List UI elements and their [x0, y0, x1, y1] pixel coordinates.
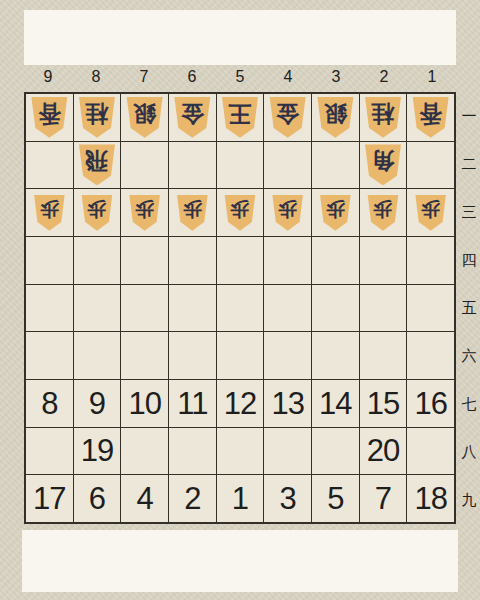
- koma-kanji: 桂: [85, 103, 108, 126]
- board-cell-1八[interactable]: [407, 428, 454, 475]
- board-cell-5五[interactable]: [217, 285, 264, 332]
- board-cell-8四[interactable]: [74, 237, 121, 284]
- pawn-piece: 歩: [175, 195, 209, 231]
- file-label: 3: [312, 64, 360, 90]
- board-cell-8一[interactable]: 桂: [74, 94, 121, 141]
- bishop-piece: 角: [363, 144, 403, 185]
- board-cell-3七[interactable]: 14: [312, 380, 359, 427]
- pawn-piece: 歩: [223, 195, 257, 231]
- board-cell-8八[interactable]: 19: [74, 428, 121, 475]
- placement-number: 5: [327, 483, 343, 514]
- koma-kanji: 香: [38, 103, 61, 126]
- rank-label: 三: [458, 188, 480, 236]
- board-cell-6四[interactable]: [169, 237, 216, 284]
- board-cell-5七[interactable]: 12: [217, 380, 264, 427]
- board-cell-1三[interactable]: 歩: [407, 189, 454, 236]
- board-cell-4七[interactable]: 13: [264, 380, 311, 427]
- board-cell-4二[interactable]: [264, 142, 311, 189]
- placement-number: 11: [177, 388, 207, 419]
- shogi-board: 香桂銀金王金銀桂香飛角歩歩歩歩歩歩歩歩歩89101112131415161920…: [24, 92, 456, 524]
- board-cell-7三[interactable]: 歩: [121, 189, 168, 236]
- koma-kanji: 歩: [421, 200, 440, 219]
- file-label: 9: [24, 64, 72, 90]
- koma-kanji: 角: [371, 150, 394, 173]
- placement-number: 12: [224, 388, 256, 419]
- board-cell-8七[interactable]: 9: [74, 380, 121, 427]
- rank-label: 六: [458, 332, 480, 380]
- board-cell-5六[interactable]: [217, 332, 264, 379]
- board-cell-9八[interactable]: [26, 428, 73, 475]
- placement-number: 16: [414, 388, 446, 419]
- board-cell-5一[interactable]: 王: [217, 94, 264, 141]
- koma-kanji: 歩: [135, 200, 154, 219]
- board-cell-4四[interactable]: [264, 237, 311, 284]
- placement-number: 9: [89, 388, 105, 419]
- rank-label: 九: [458, 476, 480, 524]
- board-cell-6二[interactable]: [169, 142, 216, 189]
- file-label: 8: [72, 64, 120, 90]
- board-cell-3五[interactable]: [312, 285, 359, 332]
- placement-number: 18: [414, 483, 446, 514]
- board-cell-4八[interactable]: [264, 428, 311, 475]
- bottom-panel: [22, 530, 458, 592]
- koma-kanji: 歩: [326, 200, 345, 219]
- board-cell-2七[interactable]: 15: [360, 380, 407, 427]
- silver-piece: 銀: [125, 97, 165, 138]
- koma-kanji: 飛: [85, 150, 108, 173]
- board-cell-8二[interactable]: 飛: [74, 142, 121, 189]
- board-cell-9七[interactable]: 8: [26, 380, 73, 427]
- board-cell-9一[interactable]: 香: [26, 94, 73, 141]
- board-cell-2九[interactable]: 7: [360, 475, 407, 522]
- gold-piece: 金: [268, 97, 308, 138]
- top-panel: [24, 10, 456, 65]
- board-cell-1一[interactable]: 香: [407, 94, 454, 141]
- file-label: 5: [216, 64, 264, 90]
- file-label: 6: [168, 64, 216, 90]
- shogi-diagram-page: 987654321 香桂銀金王金銀桂香飛角歩歩歩歩歩歩歩歩歩8910111213…: [0, 0, 480, 600]
- rank-label: 八: [458, 428, 480, 476]
- board-cell-9六[interactable]: [26, 332, 73, 379]
- board-cell-4五[interactable]: [264, 285, 311, 332]
- koma-kanji: 銀: [133, 103, 156, 126]
- board-cell-3八[interactable]: [312, 428, 359, 475]
- king-piece: 王: [220, 97, 260, 138]
- rank-label: 一: [458, 92, 480, 140]
- board-cell-1六[interactable]: [407, 332, 454, 379]
- pawn-piece: 歩: [271, 195, 305, 231]
- board-cell-4六[interactable]: [264, 332, 311, 379]
- board-cell-2三[interactable]: 歩: [360, 189, 407, 236]
- rank-labels: 一二三四五六七八九: [458, 92, 480, 524]
- koma-kanji: 桂: [371, 103, 394, 126]
- board-cell-6九[interactable]: 2: [169, 475, 216, 522]
- placement-number: 15: [367, 388, 399, 419]
- rank-label: 七: [458, 380, 480, 428]
- board-cell-2四[interactable]: [360, 237, 407, 284]
- file-labels: 987654321: [24, 64, 456, 90]
- placement-number: 20: [367, 435, 399, 466]
- board-cell-1七[interactable]: 16: [407, 380, 454, 427]
- board-cell-8三[interactable]: 歩: [74, 189, 121, 236]
- board-cell-7七[interactable]: 10: [121, 380, 168, 427]
- board-cell-8六[interactable]: [74, 332, 121, 379]
- pawn-piece: 歩: [32, 195, 66, 231]
- placement-number: 14: [319, 388, 351, 419]
- board-cell-9九[interactable]: 17: [26, 475, 73, 522]
- placement-number: 17: [33, 483, 65, 514]
- koma-kanji: 歩: [87, 200, 106, 219]
- pawn-piece: 歩: [80, 195, 114, 231]
- rank-label: 四: [458, 236, 480, 284]
- board-cell-8五[interactable]: [74, 285, 121, 332]
- board-cell-7四[interactable]: [121, 237, 168, 284]
- placement-number: 1: [232, 483, 248, 514]
- board-cell-3六[interactable]: [312, 332, 359, 379]
- board-cell-9四[interactable]: [26, 237, 73, 284]
- gold-piece: 金: [172, 97, 212, 138]
- knight-piece: 桂: [77, 97, 117, 138]
- board-cell-3三[interactable]: 歩: [312, 189, 359, 236]
- lance-piece: 香: [29, 97, 69, 138]
- koma-kanji: 歩: [40, 200, 59, 219]
- board-cell-5三[interactable]: 歩: [217, 189, 264, 236]
- koma-kanji: 歩: [183, 200, 202, 219]
- koma-kanji: 歩: [230, 200, 249, 219]
- board-cell-6八[interactable]: [169, 428, 216, 475]
- pawn-piece: 歩: [128, 195, 162, 231]
- board-cell-9二[interactable]: [26, 142, 73, 189]
- koma-kanji: 歩: [373, 200, 392, 219]
- board-cell-6七[interactable]: 11: [169, 380, 216, 427]
- board-cell-5四[interactable]: [217, 237, 264, 284]
- board-cell-1九[interactable]: 18: [407, 475, 454, 522]
- board-cell-1二[interactable]: [407, 142, 454, 189]
- koma-kanji: 銀: [324, 103, 347, 126]
- pawn-piece: 歩: [318, 195, 352, 231]
- lance-piece: 香: [411, 97, 451, 138]
- board-cell-6五[interactable]: [169, 285, 216, 332]
- koma-kanji: 金: [181, 103, 204, 126]
- board-cell-5八[interactable]: [217, 428, 264, 475]
- board-cell-9三[interactable]: 歩: [26, 189, 73, 236]
- placement-number: 3: [280, 483, 296, 514]
- placement-number: 6: [89, 483, 105, 514]
- board-cell-4三[interactable]: 歩: [264, 189, 311, 236]
- board-cell-6一[interactable]: 金: [169, 94, 216, 141]
- koma-kanji: 香: [419, 103, 442, 126]
- board-cell-7六[interactable]: [121, 332, 168, 379]
- board-cell-4九[interactable]: 3: [264, 475, 311, 522]
- placement-number: 7: [375, 483, 391, 514]
- board-cell-7一[interactable]: 銀: [121, 94, 168, 141]
- board-cell-7八[interactable]: [121, 428, 168, 475]
- board-cell-1四[interactable]: [407, 237, 454, 284]
- board-cell-5二[interactable]: [217, 142, 264, 189]
- board-cell-5九[interactable]: 1: [217, 475, 264, 522]
- board-cell-2八[interactable]: 20: [360, 428, 407, 475]
- koma-kanji: 歩: [278, 200, 297, 219]
- file-label: 4: [264, 64, 312, 90]
- silver-piece: 銀: [315, 97, 355, 138]
- board-cell-3一[interactable]: 銀: [312, 94, 359, 141]
- board-cell-3四[interactable]: [312, 237, 359, 284]
- file-label: 7: [120, 64, 168, 90]
- placement-number: 13: [271, 388, 303, 419]
- pawn-piece: 歩: [414, 195, 448, 231]
- board-cell-2二[interactable]: 角: [360, 142, 407, 189]
- board-cell-1五[interactable]: [407, 285, 454, 332]
- board-cell-6六[interactable]: [169, 332, 216, 379]
- placement-number: 2: [184, 483, 200, 514]
- placement-number: 8: [41, 388, 57, 419]
- koma-kanji: 金: [276, 103, 299, 126]
- board-cell-4一[interactable]: 金: [264, 94, 311, 141]
- koma-kanji: 王: [228, 103, 251, 126]
- board-cell-3九[interactable]: 5: [312, 475, 359, 522]
- board-cell-6三[interactable]: 歩: [169, 189, 216, 236]
- file-label: 1: [408, 64, 456, 90]
- board-cell-7五[interactable]: [121, 285, 168, 332]
- board-cell-2一[interactable]: 桂: [360, 94, 407, 141]
- board-cell-2六[interactable]: [360, 332, 407, 379]
- file-label: 2: [360, 64, 408, 90]
- board-cell-7二[interactable]: [121, 142, 168, 189]
- rook-piece: 飛: [77, 144, 117, 185]
- knight-piece: 桂: [363, 97, 403, 138]
- board-cell-2五[interactable]: [360, 285, 407, 332]
- rank-label: 五: [458, 284, 480, 332]
- rank-label: 二: [458, 140, 480, 188]
- placement-number: 19: [81, 435, 113, 466]
- board-cell-8九[interactable]: 6: [74, 475, 121, 522]
- board-cell-9五[interactable]: [26, 285, 73, 332]
- placement-number: 4: [137, 483, 153, 514]
- placement-number: 10: [128, 388, 160, 419]
- pawn-piece: 歩: [366, 195, 400, 231]
- board-cell-3二[interactable]: [312, 142, 359, 189]
- board-cell-7九[interactable]: 4: [121, 475, 168, 522]
